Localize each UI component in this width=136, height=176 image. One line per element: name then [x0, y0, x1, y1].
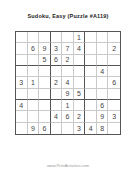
sudoku-cell-r2c6: 4: [74, 43, 86, 54]
sudoku-cell-r3c8: [97, 55, 109, 66]
sudoku-cell-r9c6: 3: [74, 123, 86, 134]
sudoku-cell-r1c8: [97, 32, 109, 43]
sudoku-cell-r9c2: 9: [28, 123, 40, 134]
sudoku-cell-r6c1: [16, 89, 28, 100]
sudoku-cell-r6c5: 9: [62, 89, 74, 100]
sudoku-cell-r9c9: [108, 123, 120, 134]
page-title: Sudoku, Easy (Puzzle #A119): [0, 13, 136, 19]
sudoku-cell-r9c1: [16, 123, 28, 134]
sudoku-cell-r5c7: [85, 77, 97, 88]
sudoku-cell-r4c4: [51, 66, 63, 77]
sudoku-cell-r4c2: [28, 66, 40, 77]
sudoku-cell-r7c8: 6: [97, 100, 109, 111]
sudoku-cell-r5c2: 1: [28, 77, 40, 88]
sudoku-cell-r8c1: [16, 111, 28, 122]
sudoku-cell-r6c6: 5: [74, 89, 86, 100]
sudoku-cell-r9c5: [62, 123, 74, 134]
sudoku-cell-r7c1: 4: [16, 100, 28, 111]
sudoku-cell-r8c5: 6: [62, 111, 74, 122]
sudoku-cell-r3c7: [85, 55, 97, 66]
sudoku-cell-r5c1: 3: [16, 77, 28, 88]
sudoku-cell-r3c6: [74, 55, 86, 66]
sudoku-cell-r4c3: [39, 66, 51, 77]
sudoku-cell-r4c7: [85, 66, 97, 77]
sudoku-cell-r1c2: [28, 32, 40, 43]
sudoku-cell-r2c2: 6: [28, 43, 40, 54]
sudoku-cell-r9c4: [51, 123, 63, 134]
sudoku-cell-r1c1: [16, 32, 28, 43]
sudoku-cell-r8c7: [85, 111, 97, 122]
sudoku-cell-r2c7: [85, 43, 97, 54]
sudoku-cell-r1c5: [62, 32, 74, 43]
sudoku-cell-r7c7: [85, 100, 97, 111]
sudoku-cell-r7c6: [74, 100, 86, 111]
sudoku-cell-r1c9: [108, 32, 120, 43]
sudoku-cell-r8c6: 2: [74, 111, 86, 122]
sudoku-cell-r5c8: [97, 77, 109, 88]
sudoku-cell-r3c2: [28, 55, 40, 66]
sudoku-cell-r9c8: 8: [97, 123, 109, 134]
sudoku-cell-r3c4: 6: [51, 55, 63, 66]
sudoku-cell-r4c6: [74, 66, 86, 77]
sudoku-cell-r6c9: [108, 89, 120, 100]
sudoku-cell-r8c2: [28, 111, 40, 122]
sudoku-cell-r8c4: 4: [51, 111, 63, 122]
sudoku-cell-r1c3: [39, 32, 51, 43]
sudoku-cell-r1c4: [51, 32, 63, 43]
sudoku-cell-r3c1: [16, 55, 28, 66]
sudoku-cell-r4c8: 4: [97, 66, 109, 77]
sudoku-cell-r3c5: 2: [62, 55, 74, 66]
sudoku-cell-r2c3: 9: [39, 43, 51, 54]
sudoku-cell-r9c3: 6: [39, 123, 51, 134]
sudoku-cell-r5c6: [74, 77, 86, 88]
sudoku-cell-r9c7: 4: [85, 123, 97, 134]
printable-sudoku-page: Sudoku, Easy (Puzzle #A119) 169374256243…: [0, 0, 136, 176]
sudoku-cell-r6c2: [28, 89, 40, 100]
sudoku-cell-r6c8: [97, 89, 109, 100]
sudoku-cell-r5c9: 6: [108, 77, 120, 88]
sudoku-cell-r8c8: 9: [97, 111, 109, 122]
sudoku-cell-r5c4: 2: [51, 77, 63, 88]
sudoku-cell-r8c3: [39, 111, 51, 122]
sudoku-cell-r7c5: 1: [62, 100, 74, 111]
sudoku-grid: 1693742562431246954164629396348: [15, 31, 121, 135]
sudoku-cell-r6c7: [85, 89, 97, 100]
sudoku-cell-r6c3: [39, 89, 51, 100]
sudoku-cell-r7c2: [28, 100, 40, 111]
sudoku-cell-r2c1: [16, 43, 28, 54]
sudoku-cell-r5c3: [39, 77, 51, 88]
sudoku-cell-r2c5: 7: [62, 43, 74, 54]
sudoku-cell-r5c5: 4: [62, 77, 74, 88]
sudoku-cell-r4c1: [16, 66, 28, 77]
sudoku-cell-r2c8: [97, 43, 109, 54]
sudoku-cell-r4c5: [62, 66, 74, 77]
sudoku-cell-r6c4: [51, 89, 63, 100]
sudoku-cell-r7c4: [51, 100, 63, 111]
sudoku-cell-r3c9: [108, 55, 120, 66]
sudoku-cell-r2c9: 2: [108, 43, 120, 54]
sudoku-cell-r1c6: 1: [74, 32, 86, 43]
sudoku-cell-r7c3: [39, 100, 51, 111]
sudoku-cell-r3c3: 5: [39, 55, 51, 66]
sudoku-cell-r1c7: [85, 32, 97, 43]
sudoku-cell-r2c4: 3: [51, 43, 63, 54]
footer-url: www.PrintActivities.com: [0, 163, 136, 168]
sudoku-cell-r8c9: 3: [108, 111, 120, 122]
sudoku-cell-r4c9: [108, 66, 120, 77]
sudoku-cell-r7c9: [108, 100, 120, 111]
